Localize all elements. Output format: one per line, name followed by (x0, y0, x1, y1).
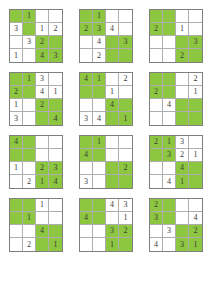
clue-cell-p5-r1c2: 1 (93, 73, 106, 86)
empty-cell-p6-r3c4[interactable] (189, 99, 202, 112)
empty-cell-p9-r3c2[interactable] (163, 162, 176, 175)
empty-cell-p11-r2c2[interactable] (93, 212, 106, 225)
clue-cell-p12-r4c3: 3 (176, 238, 189, 251)
empty-cell-p11-r1c2[interactable] (93, 199, 106, 212)
clue-cell-p5-r4c2: 4 (93, 112, 106, 125)
empty-cell-p3-r1c3[interactable] (176, 10, 189, 23)
clue-cell-p2-r1c2: 1 (93, 10, 106, 23)
clue-cell-p1-r2c1: 3 (10, 23, 23, 36)
clue-cell-p7-r3c3: 2 (36, 162, 49, 175)
clue-cell-p10-r2c2: 1 (23, 212, 36, 225)
clue-cell-p3-r4c3: 2 (176, 49, 189, 62)
empty-cell-p5-r1c3[interactable] (106, 73, 119, 86)
clue-cell-p5-r3c3: 4 (106, 99, 119, 112)
empty-cell-p10-r4c3[interactable] (36, 238, 49, 251)
empty-cell-p9-r3c4[interactable] (189, 162, 202, 175)
sudoku-grid-7: 4123214 (9, 135, 63, 189)
empty-cell-p8-r2c3[interactable] (106, 149, 119, 162)
empty-cell-p11-r2c3[interactable] (106, 212, 119, 225)
empty-cell-p12-r1c4[interactable] (189, 199, 202, 212)
empty-cell-p2-r1c1[interactable] (80, 10, 93, 23)
clue-cell-p9-r1c3: 3 (176, 136, 189, 149)
empty-cell-p9-r1c4[interactable] (189, 136, 202, 149)
clue-cell-p12-r4c4: 1 (189, 238, 202, 251)
clue-cell-p4-r4c4: 4 (49, 112, 62, 125)
empty-cell-p12-r2c3[interactable] (176, 212, 189, 225)
clue-cell-p4-r2c4: 1 (49, 86, 62, 99)
clue-cell-p8-r3c4: 2 (119, 162, 132, 175)
empty-cell-p8-r1c1[interactable] (80, 136, 93, 149)
sudoku-grid-10: 11421 (9, 198, 63, 252)
empty-cell-p12-r2c2[interactable] (163, 212, 176, 225)
clue-cell-p2-r2c1: 2 (80, 23, 93, 36)
empty-cell-p5-r2c1[interactable] (80, 86, 93, 99)
clue-cell-p1-r2c4: 2 (49, 23, 62, 36)
clue-cell-p1-r3c3: 2 (36, 36, 49, 49)
clue-cell-p11-r1c3: 4 (106, 199, 119, 212)
clue-cell-p1-r4c4: 3 (49, 49, 62, 62)
clue-cell-p5-r1c1: 4 (80, 73, 93, 86)
empty-cell-p9-r2c1[interactable] (150, 149, 163, 162)
empty-cell-p9-r3c1[interactable] (150, 162, 163, 175)
clue-cell-p6-r2c4: 1 (189, 86, 202, 99)
clue-cell-p10-r4c4: 1 (49, 238, 62, 251)
empty-cell-p1-r1c4[interactable] (49, 10, 62, 23)
clue-cell-p9-r1c1: 2 (150, 136, 163, 149)
empty-cell-p7-r2c2[interactable] (23, 149, 36, 162)
empty-cell-p7-r2c4[interactable] (49, 149, 62, 162)
empty-cell-p4-r2c2[interactable] (23, 86, 36, 99)
clue-cell-p12-r4c1: 4 (150, 238, 163, 251)
empty-cell-p8-r2c4[interactable] (119, 149, 132, 162)
clue-cell-p11-r3c4: 2 (119, 225, 132, 238)
sudoku-grid-6: 2214 (149, 72, 203, 126)
empty-cell-p5-r3c2[interactable] (93, 99, 106, 112)
empty-cell-p10-r2c4[interactable] (49, 212, 62, 225)
clue-cell-p10-r3c3: 4 (36, 225, 49, 238)
clue-cell-p4-r1c2: 1 (23, 73, 36, 86)
empty-cell-p10-r3c2[interactable] (23, 225, 36, 238)
empty-cell-p1-r3c4[interactable] (49, 36, 62, 49)
empty-cell-p12-r1c3[interactable] (176, 199, 189, 212)
clue-cell-p4-r2c1: 2 (10, 86, 23, 99)
empty-cell-p4-r1c4[interactable] (49, 73, 62, 86)
empty-cell-p6-r1c1[interactable] (150, 73, 163, 86)
clue-cell-p9-r2c3: 2 (176, 149, 189, 162)
clue-cell-p7-r4c4: 4 (49, 175, 62, 188)
sudoku-grid-1: 131232143 (9, 9, 63, 63)
empty-cell-p5-r2c4[interactable] (119, 86, 132, 99)
empty-cell-p9-r4c4[interactable] (189, 175, 202, 188)
clue-cell-p7-r3c4: 3 (49, 162, 62, 175)
clue-cell-p7-r4c2: 2 (23, 175, 36, 188)
clue-cell-p1-r1c2: 1 (23, 10, 36, 23)
empty-cell-p5-r2c2[interactable] (93, 86, 106, 99)
empty-cell-p12-r3c1[interactable] (150, 225, 163, 238)
clue-cell-p12-r3c2: 3 (163, 225, 176, 238)
sudoku-worksheet: 1312321431234432213213241123441214341221… (9, 9, 203, 252)
empty-cell-p6-r1c3[interactable] (176, 73, 189, 86)
clue-cell-p11-r2c1: 4 (80, 212, 93, 225)
empty-cell-p4-r3c4[interactable] (49, 99, 62, 112)
clue-cell-p4-r3c1: 1 (10, 99, 23, 112)
clue-cell-p4-r3c3: 2 (36, 99, 49, 112)
empty-cell-p9-r4c1[interactable] (150, 175, 163, 188)
empty-cell-p10-r3c1[interactable] (10, 225, 23, 238)
clue-cell-p3-r2c1: 2 (150, 23, 163, 36)
clue-cell-p10-r1c3: 1 (36, 199, 49, 212)
empty-cell-p3-r1c1[interactable] (150, 10, 163, 23)
clue-cell-p9-r1c2: 1 (163, 136, 176, 149)
empty-cell-p7-r1c4[interactable] (49, 136, 62, 149)
clue-cell-p11-r3c3: 3 (106, 225, 119, 238)
empty-cell-p3-r3c2[interactable] (163, 36, 176, 49)
clue-cell-p12-r2c1: 3 (150, 212, 163, 225)
empty-cell-p3-r4c1[interactable] (150, 49, 163, 62)
empty-cell-p3-r2c4[interactable] (189, 23, 202, 36)
clue-cell-p12-r2c4: 4 (189, 212, 202, 225)
empty-cell-p5-r4c3[interactable] (106, 112, 119, 125)
clue-cell-p12-r3c4: 2 (189, 225, 202, 238)
clue-cell-p3-r3c4: 3 (189, 36, 202, 49)
empty-cell-p2-r4c3[interactable] (106, 49, 119, 62)
empty-cell-p3-r3c3[interactable] (176, 36, 189, 49)
clue-cell-p1-r4c1: 1 (10, 49, 23, 62)
empty-cell-p3-r3c1[interactable] (150, 36, 163, 49)
empty-cell-p8-r3c2[interactable] (93, 162, 106, 175)
clue-cell-p1-r2c3: 1 (36, 23, 49, 36)
empty-cell-p11-r4c1[interactable] (80, 238, 93, 251)
sudoku-grid-9: 213321441 (149, 135, 203, 189)
empty-cell-p6-r4c2[interactable] (163, 112, 176, 125)
empty-cell-p10-r2c1[interactable] (10, 212, 23, 225)
empty-cell-p12-r1c2[interactable] (163, 199, 176, 212)
clue-cell-p9-r3c3: 4 (176, 162, 189, 175)
clue-cell-p5-r4c4: 1 (119, 112, 132, 125)
empty-cell-p1-r2c2[interactable] (23, 23, 36, 36)
clue-cell-p6-r3c2: 4 (163, 99, 176, 112)
empty-cell-p10-r4c1[interactable] (10, 238, 23, 251)
empty-cell-p8-r2c2[interactable] (93, 149, 106, 162)
empty-cell-p5-r3c1[interactable] (80, 99, 93, 112)
empty-cell-p8-r3c1[interactable] (80, 162, 93, 175)
empty-cell-p8-r1c3[interactable] (106, 136, 119, 149)
empty-cell-p7-r1c3[interactable] (36, 136, 49, 149)
empty-cell-p7-r2c1[interactable] (10, 149, 23, 162)
clue-cell-p4-r4c1: 3 (10, 112, 23, 125)
empty-cell-p3-r2c2[interactable] (163, 23, 176, 36)
clue-cell-p7-r3c1: 1 (10, 162, 23, 175)
empty-cell-p11-r1c1[interactable] (80, 199, 93, 212)
clue-cell-p1-r3c2: 3 (23, 36, 36, 49)
empty-cell-p8-r1c4[interactable] (119, 136, 132, 149)
sudoku-grid-5: 41214341 (79, 72, 133, 126)
clue-cell-p1-r4c3: 4 (36, 49, 49, 62)
clue-cell-p6-r2c1: 2 (150, 86, 163, 99)
sudoku-grid-8: 1423 (79, 135, 133, 189)
empty-cell-p7-r2c3[interactable] (36, 149, 49, 162)
empty-cell-p10-r3c4[interactable] (49, 225, 62, 238)
empty-cell-p6-r4c4[interactable] (189, 112, 202, 125)
empty-cell-p4-r3c2[interactable] (23, 99, 36, 112)
empty-cell-p8-r4c2[interactable] (93, 175, 106, 188)
sudoku-grid-2: 1234432 (79, 9, 133, 63)
empty-cell-p2-r1c4[interactable] (119, 10, 132, 23)
empty-cell-p12-r3c3[interactable] (176, 225, 189, 238)
empty-cell-p4-r4c2[interactable] (23, 112, 36, 125)
clue-cell-p8-r1c2: 1 (93, 136, 106, 149)
clue-cell-p7-r4c3: 1 (36, 175, 49, 188)
clue-cell-p8-r2c1: 4 (80, 149, 93, 162)
empty-cell-p1-r1c1[interactable] (10, 10, 23, 23)
empty-cell-p10-r1c1[interactable] (10, 199, 23, 212)
clue-cell-p11-r2c4: 1 (119, 212, 132, 225)
empty-cell-p2-r2c4[interactable] (119, 23, 132, 36)
empty-cell-p2-r4c4[interactable] (119, 49, 132, 62)
sudoku-grid-12: 23432431 (149, 198, 203, 252)
empty-cell-p2-r3c1[interactable] (80, 36, 93, 49)
empty-cell-p10-r1c2[interactable] (23, 199, 36, 212)
empty-cell-p6-r2c3[interactable] (176, 86, 189, 99)
empty-cell-p3-r1c2[interactable] (163, 10, 176, 23)
empty-cell-p8-r4c3[interactable] (106, 175, 119, 188)
empty-cell-p2-r4c1[interactable] (80, 49, 93, 62)
sudoku-grid-3: 2132 (149, 9, 203, 63)
empty-cell-p6-r1c2[interactable] (163, 73, 176, 86)
sudoku-grid-4: 132411234 (9, 72, 63, 126)
empty-cell-p6-r4c3[interactable] (176, 112, 189, 125)
clue-cell-p9-r2c4: 1 (189, 149, 202, 162)
clue-cell-p11-r4c3: 1 (106, 238, 119, 251)
empty-cell-p11-r3c2[interactable] (93, 225, 106, 238)
empty-cell-p1-r1c3[interactable] (36, 10, 49, 23)
clue-cell-p5-r1c4: 2 (119, 73, 132, 86)
clue-cell-p2-r2c3: 4 (106, 23, 119, 36)
sudoku-grid-11: 4341321 (79, 198, 133, 252)
empty-cell-p1-r4c2[interactable] (23, 49, 36, 62)
clue-cell-p10-r4c2: 2 (23, 238, 36, 251)
empty-cell-p3-r4c2[interactable] (163, 49, 176, 62)
empty-cell-p6-r4c1[interactable] (150, 112, 163, 125)
empty-cell-p6-r2c2[interactable] (163, 86, 176, 99)
clue-cell-p4-r2c3: 4 (36, 86, 49, 99)
clue-cell-p2-r4c2: 2 (93, 49, 106, 62)
clue-cell-p7-r1c1: 4 (10, 136, 23, 149)
clue-cell-p8-r4c1: 3 (80, 175, 93, 188)
empty-cell-p8-r4c4[interactable] (119, 175, 132, 188)
empty-cell-p4-r4c3[interactable] (36, 112, 49, 125)
clue-cell-p5-r4c1: 3 (80, 112, 93, 125)
empty-cell-p6-r3c1[interactable] (150, 99, 163, 112)
empty-cell-p5-r3c4[interactable] (119, 99, 132, 112)
empty-cell-p7-r4c1[interactable] (10, 175, 23, 188)
empty-cell-p11-r4c4[interactable] (119, 238, 132, 251)
empty-cell-p3-r1c4[interactable] (189, 10, 202, 23)
clue-cell-p5-r2c3: 1 (106, 86, 119, 99)
empty-cell-p10-r1c4[interactable] (49, 199, 62, 212)
empty-cell-p7-r1c2[interactable] (23, 136, 36, 149)
empty-cell-p10-r2c3[interactable] (36, 212, 49, 225)
clue-cell-p2-r3c4: 3 (119, 36, 132, 49)
clue-cell-p3-r2c3: 1 (176, 23, 189, 36)
empty-cell-p8-r3c3[interactable] (106, 162, 119, 175)
clue-cell-p6-r1c4: 2 (189, 73, 202, 86)
clue-cell-p9-r2c2: 3 (163, 149, 176, 162)
clue-cell-p12-r1c1: 2 (150, 199, 163, 212)
clue-cell-p11-r1c4: 3 (119, 199, 132, 212)
empty-cell-p1-r3c1[interactable] (10, 36, 23, 49)
clue-cell-p4-r1c3: 3 (36, 73, 49, 86)
clue-cell-p2-r3c2: 4 (93, 36, 106, 49)
clue-cell-p2-r2c2: 3 (93, 23, 106, 36)
empty-cell-p12-r4c2[interactable] (163, 238, 176, 251)
empty-cell-p3-r4c4[interactable] (189, 49, 202, 62)
empty-cell-p11-r3c1[interactable] (80, 225, 93, 238)
clue-cell-p9-r4c3: 1 (176, 175, 189, 188)
empty-cell-p6-r3c3[interactable] (176, 99, 189, 112)
clue-cell-p9-r4c2: 4 (163, 175, 176, 188)
empty-cell-p4-r1c1[interactable] (10, 73, 23, 86)
empty-cell-p2-r3c3[interactable] (106, 36, 119, 49)
empty-cell-p11-r4c2[interactable] (93, 238, 106, 251)
empty-cell-p7-r3c2[interactable] (23, 162, 36, 175)
empty-cell-p2-r1c3[interactable] (106, 10, 119, 23)
